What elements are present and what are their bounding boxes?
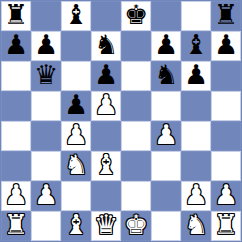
square-d2[interactable] xyxy=(91,181,121,211)
piece-white-rook[interactable]: ♜ xyxy=(4,211,28,240)
square-h6[interactable] xyxy=(211,61,241,91)
square-e3[interactable] xyxy=(121,151,151,181)
square-c3[interactable]: ♞ xyxy=(61,151,91,181)
piece-black-rook[interactable]: ♜ xyxy=(4,1,28,30)
square-d3[interactable]: ♝ xyxy=(91,151,121,181)
square-h4[interactable] xyxy=(211,121,241,151)
square-d8[interactable] xyxy=(91,1,121,31)
square-h2[interactable]: ♟ xyxy=(211,181,241,211)
square-b4[interactable] xyxy=(31,121,61,151)
piece-white-pawn[interactable]: ♟ xyxy=(154,121,178,150)
piece-white-pawn[interactable]: ♟ xyxy=(4,181,28,210)
square-d1[interactable]: ♛ xyxy=(91,211,121,241)
square-h5[interactable] xyxy=(211,91,241,121)
square-a5[interactable] xyxy=(1,91,31,121)
square-a8[interactable]: ♜ xyxy=(1,1,31,31)
piece-white-knight[interactable]: ♞ xyxy=(184,211,208,240)
piece-black-knight[interactable]: ♞ xyxy=(154,61,178,90)
piece-black-pawn[interactable]: ♟ xyxy=(154,31,178,60)
square-a7[interactable]: ♟ xyxy=(1,31,31,61)
piece-white-pawn[interactable]: ♟ xyxy=(64,121,88,150)
square-g6[interactable]: ♟ xyxy=(181,61,211,91)
square-b2[interactable]: ♟ xyxy=(31,181,61,211)
square-b6[interactable]: ♛ xyxy=(31,61,61,91)
square-f7[interactable]: ♟ xyxy=(151,31,181,61)
piece-black-pawn[interactable]: ♟ xyxy=(214,31,238,60)
square-c8[interactable]: ♝ xyxy=(61,1,91,31)
square-g7[interactable]: ♝ xyxy=(181,31,211,61)
square-a2[interactable]: ♟ xyxy=(1,181,31,211)
square-g8[interactable] xyxy=(181,1,211,31)
square-h7[interactable]: ♟ xyxy=(211,31,241,61)
square-f4[interactable]: ♟ xyxy=(151,121,181,151)
square-f8[interactable] xyxy=(151,1,181,31)
square-e7[interactable] xyxy=(121,31,151,61)
piece-black-pawn[interactable]: ♟ xyxy=(184,61,208,90)
piece-black-queen[interactable]: ♛ xyxy=(34,61,58,90)
square-e4[interactable] xyxy=(121,121,151,151)
piece-white-pawn[interactable]: ♟ xyxy=(184,181,208,210)
square-g3[interactable] xyxy=(181,151,211,181)
square-g1[interactable]: ♞ xyxy=(181,211,211,241)
square-f5[interactable] xyxy=(151,91,181,121)
piece-white-bishop[interactable]: ♝ xyxy=(64,211,88,240)
piece-white-rook[interactable]: ♜ xyxy=(214,211,238,240)
piece-white-pawn[interactable]: ♟ xyxy=(94,91,118,120)
square-h1[interactable]: ♜ xyxy=(211,211,241,241)
piece-white-queen[interactable]: ♛ xyxy=(94,211,118,240)
square-f2[interactable] xyxy=(151,181,181,211)
chess-board: ♜♝♚♜♟♟♞♟♝♟♛♟♞♟♟♟♟♟♞♝♟♟♟♟♜♝♛♚♞♜ xyxy=(0,0,242,242)
square-e5[interactable] xyxy=(121,91,151,121)
square-c7[interactable] xyxy=(61,31,91,61)
square-d7[interactable]: ♞ xyxy=(91,31,121,61)
square-g2[interactable]: ♟ xyxy=(181,181,211,211)
square-d5[interactable]: ♟ xyxy=(91,91,121,121)
piece-black-pawn[interactable]: ♟ xyxy=(64,91,88,120)
square-h3[interactable] xyxy=(211,151,241,181)
square-d6[interactable]: ♟ xyxy=(91,61,121,91)
square-b5[interactable] xyxy=(31,91,61,121)
piece-black-pawn[interactable]: ♟ xyxy=(94,61,118,90)
piece-black-bishop[interactable]: ♝ xyxy=(64,1,88,30)
square-b7[interactable]: ♟ xyxy=(31,31,61,61)
piece-black-king[interactable]: ♚ xyxy=(124,1,148,30)
square-b3[interactable] xyxy=(31,151,61,181)
square-a4[interactable] xyxy=(1,121,31,151)
square-b8[interactable] xyxy=(31,1,61,31)
square-c4[interactable]: ♟ xyxy=(61,121,91,151)
piece-white-knight[interactable]: ♞ xyxy=(64,151,88,180)
square-a1[interactable]: ♜ xyxy=(1,211,31,241)
square-e6[interactable] xyxy=(121,61,151,91)
piece-black-pawn[interactable]: ♟ xyxy=(4,31,28,60)
piece-white-bishop[interactable]: ♝ xyxy=(94,151,118,180)
square-c2[interactable] xyxy=(61,181,91,211)
piece-black-rook[interactable]: ♜ xyxy=(214,1,238,30)
square-f3[interactable] xyxy=(151,151,181,181)
square-a3[interactable] xyxy=(1,151,31,181)
square-d4[interactable] xyxy=(91,121,121,151)
square-f6[interactable]: ♞ xyxy=(151,61,181,91)
square-a6[interactable] xyxy=(1,61,31,91)
piece-black-bishop[interactable]: ♝ xyxy=(184,31,208,60)
piece-white-pawn[interactable]: ♟ xyxy=(34,181,58,210)
square-c1[interactable]: ♝ xyxy=(61,211,91,241)
piece-black-pawn[interactable]: ♟ xyxy=(34,31,58,60)
square-g5[interactable] xyxy=(181,91,211,121)
square-e2[interactable] xyxy=(121,181,151,211)
square-e8[interactable]: ♚ xyxy=(121,1,151,31)
square-f1[interactable] xyxy=(151,211,181,241)
square-c5[interactable]: ♟ xyxy=(61,91,91,121)
square-b1[interactable] xyxy=(31,211,61,241)
piece-black-knight[interactable]: ♞ xyxy=(94,31,118,60)
square-e1[interactable]: ♚ xyxy=(121,211,151,241)
piece-white-king[interactable]: ♚ xyxy=(124,211,148,240)
square-g4[interactable] xyxy=(181,121,211,151)
square-h8[interactable]: ♜ xyxy=(211,1,241,31)
piece-white-pawn[interactable]: ♟ xyxy=(214,181,238,210)
square-c6[interactable] xyxy=(61,61,91,91)
